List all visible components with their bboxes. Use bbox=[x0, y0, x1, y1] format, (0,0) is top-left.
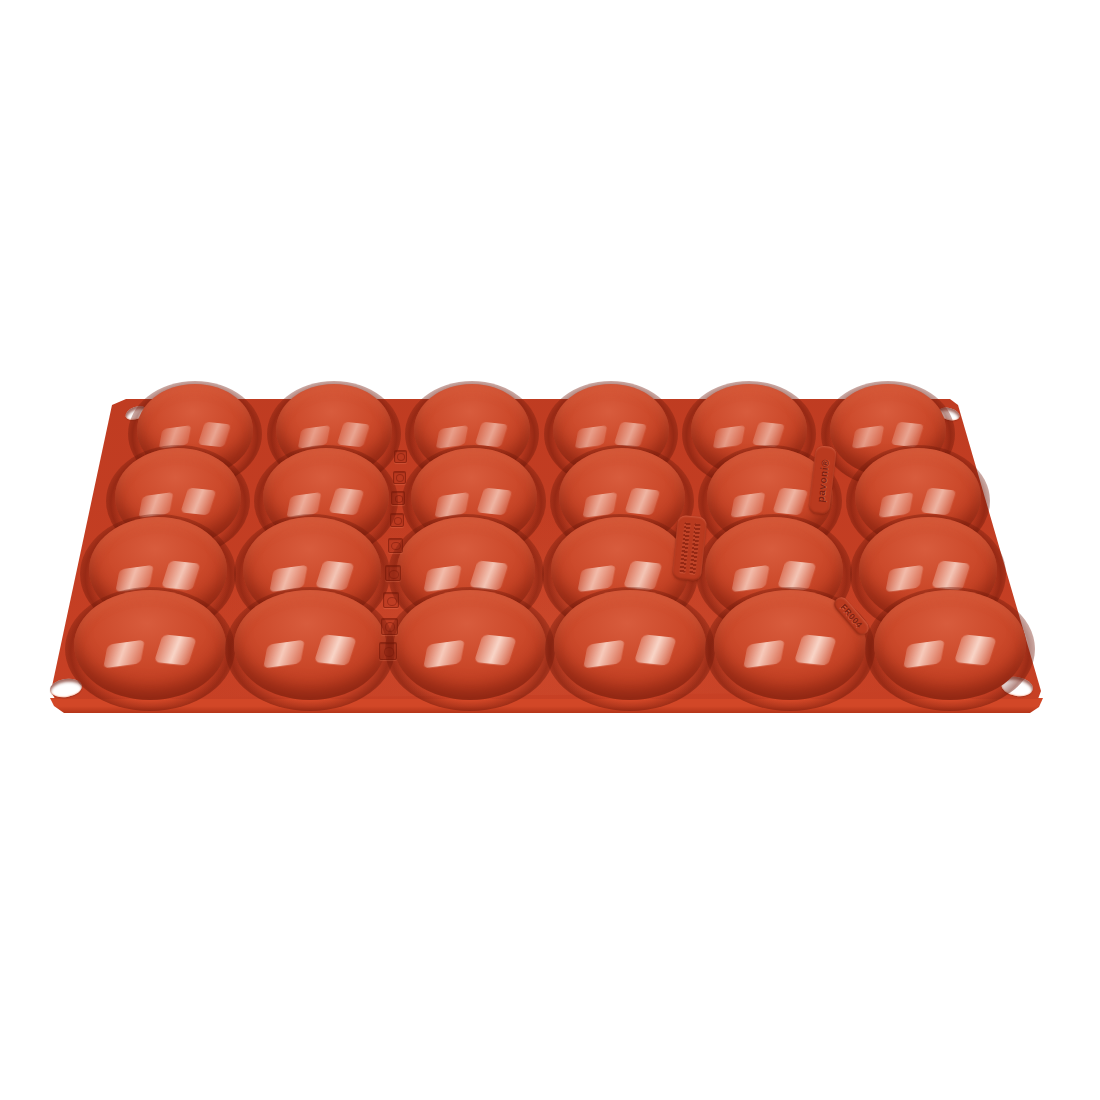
window-reflection bbox=[731, 565, 770, 593]
window-reflection bbox=[198, 421, 231, 447]
window-reflection bbox=[329, 488, 365, 515]
dome-cavity bbox=[74, 590, 226, 700]
window-reflection bbox=[103, 639, 145, 668]
window-reflection bbox=[315, 560, 354, 590]
window-reflection bbox=[713, 425, 746, 449]
window-reflection bbox=[287, 492, 322, 518]
window-reflection bbox=[954, 634, 997, 665]
window-reflection bbox=[575, 425, 608, 449]
brand-emboss-label: pavoni® bbox=[814, 458, 830, 503]
window-reflection bbox=[614, 421, 647, 447]
info-emboss-line bbox=[689, 523, 700, 573]
window-reflection bbox=[931, 560, 970, 590]
window-reflection bbox=[794, 634, 837, 665]
product-photo: pavoni® FR004 bbox=[0, 0, 1100, 1100]
window-reflection bbox=[921, 488, 957, 515]
window-reflection bbox=[298, 425, 331, 449]
window-reflection bbox=[777, 560, 816, 590]
window-reflection bbox=[161, 560, 200, 590]
dome-cavity bbox=[554, 590, 706, 700]
certification-icon bbox=[383, 592, 399, 608]
window-reflection bbox=[263, 639, 305, 668]
certification-icon bbox=[385, 565, 401, 581]
window-reflection bbox=[139, 492, 174, 518]
certification-icon bbox=[391, 491, 405, 505]
window-reflection bbox=[436, 425, 469, 449]
window-reflection bbox=[879, 492, 914, 518]
window-reflection bbox=[423, 639, 465, 668]
window-reflection bbox=[181, 488, 217, 515]
window-reflection bbox=[731, 492, 766, 518]
certification-icon bbox=[393, 471, 406, 484]
window-reflection bbox=[752, 421, 785, 447]
window-reflection bbox=[474, 634, 517, 665]
window-reflection bbox=[583, 639, 625, 668]
window-reflection bbox=[852, 425, 885, 449]
window-reflection bbox=[903, 639, 945, 668]
info-emboss-line bbox=[679, 522, 690, 572]
certification-icon bbox=[388, 538, 403, 553]
window-reflection bbox=[154, 634, 197, 665]
window-reflection bbox=[885, 565, 924, 593]
window-reflection bbox=[583, 492, 618, 518]
window-reflection bbox=[623, 560, 662, 590]
window-reflection bbox=[314, 634, 357, 665]
window-reflection bbox=[773, 488, 809, 515]
window-reflection bbox=[634, 634, 677, 665]
window-reflection bbox=[337, 421, 370, 447]
window-reflection bbox=[115, 565, 154, 593]
window-reflection bbox=[891, 421, 924, 447]
certification-icon bbox=[381, 618, 398, 635]
window-reflection bbox=[477, 488, 513, 515]
window-reflection bbox=[475, 421, 508, 447]
window-reflection bbox=[435, 492, 470, 518]
window-reflection bbox=[625, 488, 661, 515]
certification-icon bbox=[390, 513, 404, 527]
window-reflection bbox=[423, 565, 462, 593]
certification-icon bbox=[394, 450, 407, 463]
dome-cavity bbox=[874, 590, 1026, 700]
window-reflection bbox=[159, 425, 192, 449]
window-reflection bbox=[269, 565, 308, 593]
window-reflection bbox=[743, 639, 785, 668]
dome-cavity bbox=[234, 590, 386, 700]
certification-icon bbox=[379, 642, 397, 660]
window-reflection bbox=[469, 560, 508, 590]
dome-cavity bbox=[394, 590, 546, 700]
window-reflection bbox=[577, 565, 616, 593]
